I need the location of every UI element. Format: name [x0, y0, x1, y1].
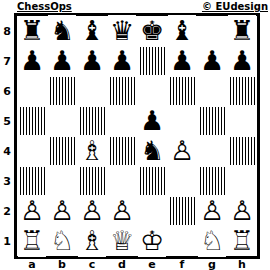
file-labels: abcdefgh — [17, 259, 270, 270]
file-label-h: h — [227, 259, 257, 270]
black-pawn-c7[interactable]: ♟ — [80, 47, 104, 75]
white-pawn-h2[interactable]: ♙ — [230, 197, 254, 225]
square-e4[interactable]: ♞ — [137, 136, 167, 166]
square-a4[interactable] — [17, 136, 47, 166]
black-rook-h8[interactable]: ♜ — [230, 17, 254, 45]
black-pawn-e5[interactable]: ♟ — [140, 107, 164, 135]
square-e3[interactable] — [137, 166, 167, 196]
square-f7[interactable]: ♟ — [167, 46, 197, 76]
file-label-b: b — [47, 259, 77, 270]
square-c3[interactable] — [77, 166, 107, 196]
black-bishop-c8[interactable]: ♝ — [80, 17, 104, 45]
rank-label-5: 5 — [0, 106, 14, 136]
white-rook-h1[interactable]: ♖ — [230, 227, 254, 255]
white-pawn-b2[interactable]: ♙ — [50, 197, 74, 225]
header: ChessOps © EUdesign — [0, 0, 270, 13]
square-g3[interactable] — [197, 166, 227, 196]
rank-label-2: 2 — [0, 196, 14, 226]
square-e6[interactable] — [137, 76, 167, 106]
white-knight-b1[interactable]: ♘ — [50, 227, 74, 255]
white-rook-a1[interactable]: ♖ — [20, 227, 44, 255]
square-g6[interactable] — [197, 76, 227, 106]
square-h3[interactable] — [227, 166, 257, 196]
chess-board: ♜♞♝♛♚♝♜♟♟♟♟♟♟♟♟♗♞♙♙♙♙♙♙♙♖♘♗♕♔♘♖ — [14, 13, 260, 259]
square-b7[interactable]: ♟ — [47, 46, 77, 76]
rank-label-7: 7 — [0, 46, 14, 76]
square-g8[interactable] — [197, 16, 227, 46]
square-f8[interactable]: ♝ — [167, 16, 197, 46]
black-queen-d8[interactable]: ♛ — [110, 17, 134, 45]
rank-label-3: 3 — [0, 166, 14, 196]
square-e1[interactable]: ♔ — [137, 226, 167, 256]
square-g7[interactable]: ♟ — [197, 46, 227, 76]
square-f4[interactable]: ♙ — [167, 136, 197, 166]
square-e2[interactable] — [137, 196, 167, 226]
white-bishop-c1[interactable]: ♗ — [80, 227, 104, 255]
square-d7[interactable]: ♟ — [107, 46, 137, 76]
square-c7[interactable]: ♟ — [77, 46, 107, 76]
black-pawn-g7[interactable]: ♟ — [200, 47, 224, 75]
square-h1[interactable]: ♖ — [227, 226, 257, 256]
square-f2[interactable] — [167, 196, 197, 226]
square-c4[interactable]: ♗ — [77, 136, 107, 166]
square-d6[interactable] — [107, 76, 137, 106]
rank-labels: 87654321 — [0, 13, 14, 259]
file-label-g: g — [197, 259, 227, 270]
file-label-d: d — [107, 259, 137, 270]
square-h7[interactable]: ♟ — [227, 46, 257, 76]
black-king-e8[interactable]: ♚ — [140, 17, 164, 45]
square-d5[interactable] — [107, 106, 137, 136]
white-knight-g1[interactable]: ♘ — [200, 227, 224, 255]
square-b1[interactable]: ♘ — [47, 226, 77, 256]
chess-diagram: ChessOps © EUdesign 87654321 ♜♞♝♛♚♝♜♟♟♟♟… — [0, 0, 270, 270]
square-f6[interactable] — [167, 76, 197, 106]
rank-label-1: 1 — [0, 226, 14, 256]
square-e8[interactable]: ♚ — [137, 16, 167, 46]
square-g5[interactable] — [197, 106, 227, 136]
square-a7[interactable]: ♟ — [17, 46, 47, 76]
rank-label-6: 6 — [0, 76, 14, 106]
black-knight-b8[interactable]: ♞ — [50, 17, 74, 45]
square-f5[interactable] — [167, 106, 197, 136]
square-b3[interactable] — [47, 166, 77, 196]
square-a3[interactable] — [17, 166, 47, 196]
square-f1[interactable] — [167, 226, 197, 256]
black-pawn-d7[interactable]: ♟ — [110, 47, 134, 75]
square-d1[interactable]: ♕ — [107, 226, 137, 256]
black-rook-a8[interactable]: ♜ — [20, 17, 44, 45]
file-label-a: a — [17, 259, 47, 270]
square-h5[interactable] — [227, 106, 257, 136]
square-b4[interactable] — [47, 136, 77, 166]
square-c5[interactable] — [77, 106, 107, 136]
black-knight-e4[interactable]: ♞ — [140, 137, 164, 165]
white-pawn-g2[interactable]: ♙ — [200, 197, 224, 225]
square-h6[interactable] — [227, 76, 257, 106]
white-king-e1[interactable]: ♔ — [140, 227, 164, 255]
square-b6[interactable] — [47, 76, 77, 106]
square-g2[interactable]: ♙ — [197, 196, 227, 226]
square-a5[interactable] — [17, 106, 47, 136]
square-b8[interactable]: ♞ — [47, 16, 77, 46]
square-a6[interactable] — [17, 76, 47, 106]
square-g4[interactable] — [197, 136, 227, 166]
black-pawn-a7[interactable]: ♟ — [20, 47, 44, 75]
square-c2[interactable]: ♙ — [77, 196, 107, 226]
square-b2[interactable]: ♙ — [47, 196, 77, 226]
white-pawn-c2[interactable]: ♙ — [80, 197, 104, 225]
square-h4[interactable] — [227, 136, 257, 166]
black-pawn-h7[interactable]: ♟ — [230, 47, 254, 75]
white-pawn-d2[interactable]: ♙ — [110, 197, 134, 225]
square-e7[interactable] — [137, 46, 167, 76]
square-a8[interactable]: ♜ — [17, 16, 47, 46]
file-label-f: f — [167, 259, 197, 270]
square-a2[interactable]: ♙ — [17, 196, 47, 226]
black-bishop-f8[interactable]: ♝ — [170, 17, 194, 45]
file-label-c: c — [77, 259, 107, 270]
square-h8[interactable]: ♜ — [227, 16, 257, 46]
square-e5[interactable]: ♟ — [137, 106, 167, 136]
board-area: 87654321 ♜♞♝♛♚♝♜♟♟♟♟♟♟♟♟♗♞♙♙♙♙♙♙♙♖♘♗♕♔♘♖ — [0, 13, 270, 259]
white-pawn-f4[interactable]: ♙ — [170, 137, 194, 165]
black-pawn-f7[interactable]: ♟ — [170, 47, 194, 75]
white-bishop-c4[interactable]: ♗ — [80, 137, 104, 165]
square-g1[interactable]: ♘ — [197, 226, 227, 256]
white-pawn-a2[interactable]: ♙ — [20, 197, 44, 225]
square-d4[interactable] — [107, 136, 137, 166]
square-c1[interactable]: ♗ — [77, 226, 107, 256]
credit-text: © EUdesign — [202, 1, 268, 12]
rank-label-4: 4 — [0, 136, 14, 166]
square-d3[interactable] — [107, 166, 137, 196]
square-d2[interactable]: ♙ — [107, 196, 137, 226]
app-title: ChessOps — [17, 1, 72, 12]
square-a1[interactable]: ♖ — [17, 226, 47, 256]
square-c6[interactable] — [77, 76, 107, 106]
square-f3[interactable] — [167, 166, 197, 196]
square-d8[interactable]: ♛ — [107, 16, 137, 46]
square-c8[interactable]: ♝ — [77, 16, 107, 46]
white-queen-d1[interactable]: ♕ — [110, 227, 134, 255]
file-label-e: e — [137, 259, 167, 270]
square-h2[interactable]: ♙ — [227, 196, 257, 226]
rank-label-8: 8 — [0, 16, 14, 46]
black-pawn-b7[interactable]: ♟ — [50, 47, 74, 75]
square-b5[interactable] — [47, 106, 77, 136]
